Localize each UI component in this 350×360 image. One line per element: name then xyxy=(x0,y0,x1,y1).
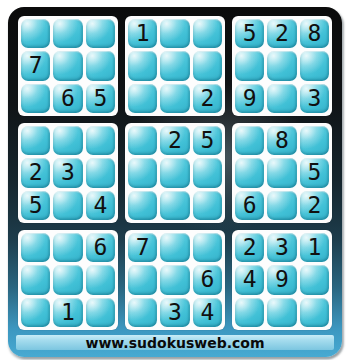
sudoku-cell-r4c2[interactable] xyxy=(53,126,82,155)
sudoku-cell-r8c7[interactable]: 4 xyxy=(235,265,264,294)
sudoku-box-1-3: 52893 xyxy=(232,16,332,116)
page: 7651252893235425856261763423149 www.sudo… xyxy=(0,0,350,360)
sudoku-cell-r6c5[interactable] xyxy=(160,191,189,220)
sudoku-cell-r7c9[interactable]: 1 xyxy=(300,233,329,262)
sudoku-cell-r3c7[interactable]: 9 xyxy=(235,84,264,113)
sudoku-cell-r9c7[interactable] xyxy=(235,298,264,327)
sudoku-cell-r6c1[interactable]: 5 xyxy=(21,191,50,220)
sudoku-cell-r4c6[interactable]: 5 xyxy=(193,126,222,155)
sudoku-cell-r9c6[interactable]: 4 xyxy=(193,298,222,327)
sudoku-cell-r2c8[interactable] xyxy=(267,51,296,80)
sudoku-cell-r3c5[interactable] xyxy=(160,84,189,113)
sudoku-cell-r6c3[interactable]: 4 xyxy=(86,191,115,220)
sudoku-cell-r7c5[interactable] xyxy=(160,233,189,262)
sudoku-cell-r9c4[interactable] xyxy=(128,298,157,327)
sudoku-cell-r7c6[interactable] xyxy=(193,233,222,262)
sudoku-cell-r4c7[interactable] xyxy=(235,126,264,155)
sudoku-grid: 7651252893235425856261763423149 xyxy=(18,16,332,330)
website-link[interactable]: www.sudokusweb.com xyxy=(85,335,264,351)
sudoku-cell-r8c2[interactable] xyxy=(53,265,82,294)
sudoku-cell-r3c2[interactable]: 6 xyxy=(53,84,82,113)
footer-bar: www.sudokusweb.com xyxy=(16,335,334,350)
sudoku-cell-r2c7[interactable] xyxy=(235,51,264,80)
sudoku-cell-r5c3[interactable] xyxy=(86,158,115,187)
sudoku-cell-r5c4[interactable] xyxy=(128,158,157,187)
sudoku-cell-r4c9[interactable] xyxy=(300,126,329,155)
sudoku-cell-r6c7[interactable]: 6 xyxy=(235,191,264,220)
sudoku-cell-r3c3[interactable]: 5 xyxy=(86,84,115,113)
sudoku-box-1-1: 765 xyxy=(18,16,118,116)
sudoku-cell-r3c6[interactable]: 2 xyxy=(193,84,222,113)
sudoku-cell-r7c1[interactable] xyxy=(21,233,50,262)
sudoku-cell-r6c4[interactable] xyxy=(128,191,157,220)
sudoku-cell-r8c9[interactable] xyxy=(300,265,329,294)
sudoku-cell-r9c9[interactable] xyxy=(300,298,329,327)
sudoku-cell-r5c8[interactable] xyxy=(267,158,296,187)
sudoku-cell-r6c6[interactable] xyxy=(193,191,222,220)
sudoku-cell-r1c7[interactable]: 5 xyxy=(235,19,264,48)
sudoku-cell-r9c2[interactable]: 1 xyxy=(53,298,82,327)
sudoku-cell-r8c5[interactable] xyxy=(160,265,189,294)
sudoku-cell-r4c4[interactable] xyxy=(128,126,157,155)
sudoku-cell-r1c2[interactable] xyxy=(53,19,82,48)
sudoku-cell-r8c4[interactable] xyxy=(128,265,157,294)
sudoku-cell-r6c9[interactable]: 2 xyxy=(300,191,329,220)
sudoku-cell-r9c1[interactable] xyxy=(21,298,50,327)
sudoku-cell-r3c4[interactable] xyxy=(128,84,157,113)
sudoku-cell-r2c9[interactable] xyxy=(300,51,329,80)
sudoku-cell-r2c3[interactable] xyxy=(86,51,115,80)
sudoku-cell-r2c4[interactable] xyxy=(128,51,157,80)
sudoku-cell-r9c3[interactable] xyxy=(86,298,115,327)
sudoku-cell-r4c5[interactable]: 2 xyxy=(160,126,189,155)
sudoku-cell-r8c8[interactable]: 9 xyxy=(267,265,296,294)
sudoku-cell-r4c3[interactable] xyxy=(86,126,115,155)
sudoku-cell-r3c8[interactable] xyxy=(267,84,296,113)
sudoku-box-2-3: 8562 xyxy=(232,123,332,223)
sudoku-cell-r1c1[interactable] xyxy=(21,19,50,48)
sudoku-cell-r7c8[interactable]: 3 xyxy=(267,233,296,262)
sudoku-cell-r6c8[interactable] xyxy=(267,191,296,220)
sudoku-cell-r5c1[interactable]: 2 xyxy=(21,158,50,187)
sudoku-cell-r8c6[interactable]: 6 xyxy=(193,265,222,294)
sudoku-cell-r4c8[interactable]: 8 xyxy=(267,126,296,155)
sudoku-cell-r5c9[interactable]: 5 xyxy=(300,158,329,187)
sudoku-cell-r1c3[interactable] xyxy=(86,19,115,48)
sudoku-cell-r9c5[interactable]: 3 xyxy=(160,298,189,327)
sudoku-box-1-2: 12 xyxy=(125,16,225,116)
sudoku-cell-r1c9[interactable]: 8 xyxy=(300,19,329,48)
sudoku-cell-r7c7[interactable]: 2 xyxy=(235,233,264,262)
sudoku-cell-r2c1[interactable]: 7 xyxy=(21,51,50,80)
sudoku-cell-r5c7[interactable] xyxy=(235,158,264,187)
sudoku-box-3-3: 23149 xyxy=(232,230,332,330)
sudoku-cell-r1c4[interactable]: 1 xyxy=(128,19,157,48)
sudoku-board: 7651252893235425856261763423149 www.sudo… xyxy=(8,7,342,357)
sudoku-cell-r2c6[interactable] xyxy=(193,51,222,80)
sudoku-cell-r3c1[interactable] xyxy=(21,84,50,113)
sudoku-box-2-2: 25 xyxy=(125,123,225,223)
sudoku-cell-r8c1[interactable] xyxy=(21,265,50,294)
sudoku-cell-r1c8[interactable]: 2 xyxy=(267,19,296,48)
sudoku-cell-r3c9[interactable]: 3 xyxy=(300,84,329,113)
sudoku-box-3-1: 61 xyxy=(18,230,118,330)
sudoku-box-2-1: 2354 xyxy=(18,123,118,223)
sudoku-cell-r6c2[interactable] xyxy=(53,191,82,220)
sudoku-cell-r2c2[interactable] xyxy=(53,51,82,80)
sudoku-cell-r7c4[interactable]: 7 xyxy=(128,233,157,262)
sudoku-cell-r5c5[interactable] xyxy=(160,158,189,187)
sudoku-cell-r8c3[interactable] xyxy=(86,265,115,294)
sudoku-cell-r9c8[interactable] xyxy=(267,298,296,327)
sudoku-cell-r2c5[interactable] xyxy=(160,51,189,80)
sudoku-cell-r5c2[interactable]: 3 xyxy=(53,158,82,187)
sudoku-cell-r7c3[interactable]: 6 xyxy=(86,233,115,262)
sudoku-cell-r1c6[interactable] xyxy=(193,19,222,48)
sudoku-cell-r1c5[interactable] xyxy=(160,19,189,48)
sudoku-cell-r5c6[interactable] xyxy=(193,158,222,187)
sudoku-box-3-2: 7634 xyxy=(125,230,225,330)
sudoku-cell-r7c2[interactable] xyxy=(53,233,82,262)
sudoku-cell-r4c1[interactable] xyxy=(21,126,50,155)
